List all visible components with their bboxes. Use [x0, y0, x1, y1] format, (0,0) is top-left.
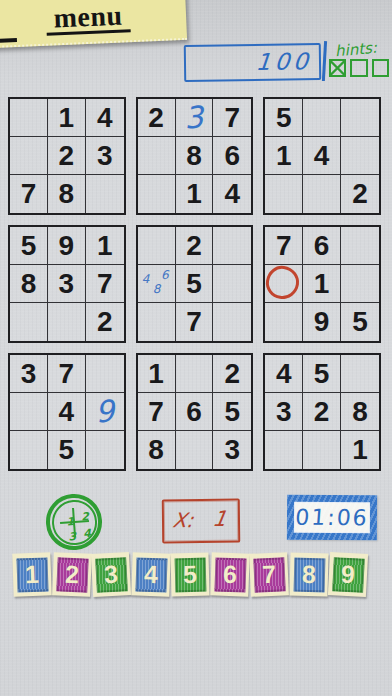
cell-value: 8 [352, 398, 368, 426]
tile-face: 8 [293, 557, 325, 592]
cell-value: 4 [314, 142, 330, 170]
tile-face: 1 [16, 557, 48, 592]
cell-r1c9[interactable] [341, 99, 379, 137]
cell-value: 7 [59, 360, 75, 388]
cell-value: 9 [94, 396, 116, 428]
tile-number: 3 [103, 562, 118, 588]
cell-r3c9[interactable]: 2 [341, 175, 379, 213]
cell-r8c1[interactable] [10, 393, 48, 431]
cell-value: 2 [186, 232, 202, 260]
tile-number: 7 [262, 562, 277, 588]
cell-value: 5 [352, 308, 368, 336]
cell-r9c3[interactable] [86, 431, 124, 469]
timer: 01:06 [287, 495, 377, 541]
tile-5[interactable]: 5 [170, 553, 209, 597]
cell-r5c4[interactable]: 486 [138, 265, 176, 303]
tile-face: 4 [134, 557, 166, 592]
cell-r1c7[interactable]: 5 [265, 99, 303, 137]
cell-r2c1[interactable] [10, 137, 48, 175]
cell-r6c4[interactable] [138, 303, 176, 341]
cell-r9c9[interactable]: 1 [341, 431, 379, 469]
cell-value: 2 [314, 398, 330, 426]
cell-r8c2[interactable]: 4 [48, 393, 86, 431]
cell-r5c6[interactable] [213, 265, 251, 303]
sudoku-board: 1423782378614514259183722486577619537495… [8, 97, 381, 471]
cell-r4c2[interactable]: 9 [48, 227, 86, 265]
cell-r9c8[interactable] [303, 431, 341, 469]
cell-value: 7 [148, 398, 164, 426]
cell-r3c3[interactable] [86, 175, 124, 213]
cell-r3c1[interactable]: 7 [10, 175, 48, 213]
mistakes-counter: X: 1 [162, 499, 240, 544]
cell-r3c5[interactable]: 1 [176, 175, 214, 213]
box-1-2: 2378614 [136, 97, 254, 215]
cell-r4c8[interactable]: 6 [303, 227, 341, 265]
hints-label: hints: [334, 38, 389, 61]
cell-r7c8[interactable]: 5 [303, 355, 341, 393]
cell-r5c2[interactable]: 3 [48, 265, 86, 303]
tile-7[interactable]: 7 [249, 552, 289, 597]
cell-value: 6 [186, 398, 202, 426]
tile-number: 9 [340, 562, 355, 588]
cell-value: 3 [21, 360, 37, 388]
cell-r3c7[interactable] [265, 175, 303, 213]
cell-r5c8[interactable]: 1 [303, 265, 341, 303]
score-box: 100 [184, 43, 322, 82]
tile-3[interactable]: 3 [91, 552, 131, 597]
cell-r2c4[interactable] [138, 137, 176, 175]
cell-value: 3 [59, 270, 75, 298]
cell-value: 8 [148, 436, 164, 464]
cell-value: 2 [59, 142, 75, 170]
cell-value: 5 [225, 398, 241, 426]
cell-r4c9[interactable] [341, 227, 379, 265]
cell-r7c7[interactable]: 4 [265, 355, 303, 393]
tile-number: 6 [222, 562, 237, 587]
cell-r7c6[interactable]: 2 [213, 355, 251, 393]
box-2-3: 76195 [263, 225, 381, 343]
cell-r5c9[interactable] [341, 265, 379, 303]
cell-r1c6[interactable]: 7 [213, 99, 251, 137]
tile-number: 8 [301, 562, 316, 587]
notes-digit-3: 3 [68, 530, 76, 542]
notes-digit-1: 1 [66, 516, 74, 528]
cell-r9c2[interactable]: 5 [48, 431, 86, 469]
tile-1[interactable]: 1 [12, 552, 51, 596]
cell-r7c3[interactable] [86, 355, 124, 393]
cell-r8c8[interactable]: 2 [303, 393, 341, 431]
cell-value: 1 [276, 142, 292, 170]
cell-r2c5[interactable]: 8 [176, 137, 214, 175]
cell-r7c9[interactable] [341, 355, 379, 393]
box-3-2: 1276583 [136, 353, 254, 471]
cell-r2c8[interactable]: 4 [303, 137, 341, 175]
pencil-mark: 6 [161, 269, 169, 281]
cell-r8c3[interactable]: 9 [86, 393, 124, 431]
cell-r5c7[interactable] [265, 265, 303, 303]
pencil-notes-button[interactable]: 1 2 3 4 [44, 492, 104, 552]
box-2-2: 248657 [136, 225, 254, 343]
tile-face: 2 [55, 557, 87, 592]
cell-r6c1[interactable] [10, 303, 48, 341]
box-3-3: 453281 [263, 353, 381, 471]
cell-r3c4[interactable] [138, 175, 176, 213]
cell-r6c2[interactable] [48, 303, 86, 341]
cell-r7c4[interactable]: 1 [138, 355, 176, 393]
cell-value: 6 [225, 142, 241, 170]
cell-r1c1[interactable] [10, 99, 48, 137]
cell-r9c4[interactable]: 8 [138, 431, 176, 469]
cell-r3c6[interactable]: 4 [213, 175, 251, 213]
cell-r7c1[interactable]: 3 [10, 355, 48, 393]
cell-r4c6[interactable] [213, 227, 251, 265]
cell-r1c5[interactable]: 3 [176, 99, 214, 137]
cell-value: 5 [59, 436, 75, 464]
timer-value: 01:06 [293, 505, 371, 531]
cell-value: 5 [314, 360, 330, 388]
cell-r7c5[interactable] [176, 355, 214, 393]
tile-face: 7 [253, 557, 285, 592]
cell-r2c6[interactable]: 6 [213, 137, 251, 175]
number-tile-tray: 123456789 [13, 553, 381, 596]
pencil-notes-ring: 1 2 3 4 [50, 498, 98, 546]
cell-r6c7[interactable] [265, 303, 303, 341]
notes-digit-4: 4 [83, 527, 91, 539]
cell-r8c4[interactable]: 7 [138, 393, 176, 431]
cell-value: 7 [276, 232, 292, 260]
cell-r9c6[interactable]: 3 [213, 431, 251, 469]
notes-digit-2: 2 [81, 510, 89, 522]
cell-value: 3 [97, 142, 113, 170]
cell-r3c2[interactable]: 8 [48, 175, 86, 213]
cell-value: 3 [276, 398, 292, 426]
cell-value: 9 [59, 232, 75, 260]
tile-face: 5 [174, 557, 206, 592]
cell-value: 1 [352, 436, 368, 464]
box-1-1: 142378 [8, 97, 126, 215]
cell-value: 7 [225, 104, 241, 132]
score-value: 100 [255, 48, 313, 75]
cell-value: 3 [225, 436, 241, 464]
pencil-mark: 8 [153, 283, 161, 295]
cell-value: 4 [59, 398, 75, 426]
cell-value: 3 [183, 102, 205, 134]
cell-r6c3[interactable]: 2 [86, 303, 124, 341]
tile-9[interactable]: 9 [328, 552, 368, 597]
tile-number: 4 [143, 562, 158, 587]
cell-value: 2 [148, 104, 164, 132]
cell-r9c1[interactable] [10, 431, 48, 469]
tile-number: 5 [183, 562, 198, 587]
cell-value: 1 [97, 232, 113, 260]
cell-r2c3[interactable]: 3 [86, 137, 124, 175]
cell-r2c2[interactable]: 2 [48, 137, 86, 175]
cell-value: 1 [186, 180, 202, 208]
cell-r6c8[interactable]: 9 [303, 303, 341, 341]
cell-value: 4 [276, 360, 292, 388]
cell-value: 2 [352, 180, 368, 208]
cell-r1c8[interactable] [303, 99, 341, 137]
cell-r9c5[interactable] [176, 431, 214, 469]
cell-r2c9[interactable] [341, 137, 379, 175]
cell-value: 9 [314, 308, 330, 336]
mistakes-label: X: [171, 508, 195, 532]
cell-value: 4 [225, 180, 241, 208]
cell-r1c4[interactable]: 2 [138, 99, 176, 137]
cell-r4c7[interactable]: 7 [265, 227, 303, 265]
cell-value: 8 [59, 180, 75, 208]
cell-value: 5 [276, 104, 292, 132]
cell-value: 7 [21, 180, 37, 208]
tile-6[interactable]: 6 [210, 552, 249, 596]
cell-r5c1[interactable]: 8 [10, 265, 48, 303]
hint-checkbox-3[interactable] [372, 59, 389, 77]
cell-r6c5[interactable]: 7 [176, 303, 214, 341]
cell-value: 8 [186, 142, 202, 170]
cell-value: 4 [97, 104, 113, 132]
tile-number: 1 [25, 562, 40, 587]
menu-label: menu [45, 0, 131, 36]
cell-value: 8 [21, 270, 37, 298]
hint-checkboxes[interactable] [329, 59, 389, 77]
box-3-1: 37495 [8, 353, 126, 471]
tile-4[interactable]: 4 [131, 552, 170, 596]
tile-face: 3 [95, 557, 128, 593]
cell-r1c3[interactable]: 4 [86, 99, 124, 137]
cell-r4c4[interactable] [138, 227, 176, 265]
tile-face: 9 [332, 557, 365, 593]
box-1-3: 5142 [263, 97, 381, 215]
cell-r4c1[interactable]: 5 [10, 227, 48, 265]
cell-r2c7[interactable]: 1 [265, 137, 303, 175]
cell-value: 1 [148, 360, 164, 388]
cell-r4c3[interactable]: 1 [86, 227, 124, 265]
tile-2[interactable]: 2 [52, 552, 92, 597]
box-2-1: 5918372 [8, 225, 126, 343]
cell-r5c5[interactable]: 5 [176, 265, 214, 303]
cell-r6c6[interactable] [213, 303, 251, 341]
tile-face: 6 [213, 557, 245, 592]
tile-8[interactable]: 8 [289, 553, 328, 597]
cell-r5c3[interactable]: 7 [86, 265, 124, 303]
tile-number: 2 [64, 562, 79, 588]
cell-value: 2 [97, 308, 113, 336]
cell-r6c9[interactable]: 5 [341, 303, 379, 341]
hints-panel[interactable]: hints: [329, 40, 389, 77]
cell-value: 5 [186, 270, 202, 298]
cell-value: 5 [21, 232, 37, 260]
cell-r3c8[interactable] [303, 175, 341, 213]
cell-value: 1 [314, 270, 330, 298]
cell-value: 7 [97, 270, 113, 298]
mistakes-value: 1 [211, 507, 228, 531]
cell-r9c7[interactable] [265, 431, 303, 469]
cell-value: 1 [59, 104, 75, 132]
selected-cell-circle [264, 264, 302, 302]
cell-value: 6 [314, 232, 330, 260]
cell-value: 7 [186, 308, 202, 336]
menu-underline-dash [0, 38, 17, 43]
cell-r7c2[interactable]: 7 [48, 355, 86, 393]
cell-r1c2[interactable]: 1 [48, 99, 86, 137]
menu-button[interactable]: menu [0, 0, 187, 48]
cell-r8c6[interactable]: 5 [213, 393, 251, 431]
cell-r8c9[interactable]: 8 [341, 393, 379, 431]
hint-checkbox-2[interactable] [350, 59, 367, 77]
cell-r8c5[interactable]: 6 [176, 393, 214, 431]
hint-checkbox-1[interactable] [329, 59, 346, 77]
cell-value: 2 [225, 360, 241, 388]
cell-r4c5[interactable]: 2 [176, 227, 214, 265]
cell-r8c7[interactable]: 3 [265, 393, 303, 431]
pencil-mark: 4 [142, 273, 150, 285]
